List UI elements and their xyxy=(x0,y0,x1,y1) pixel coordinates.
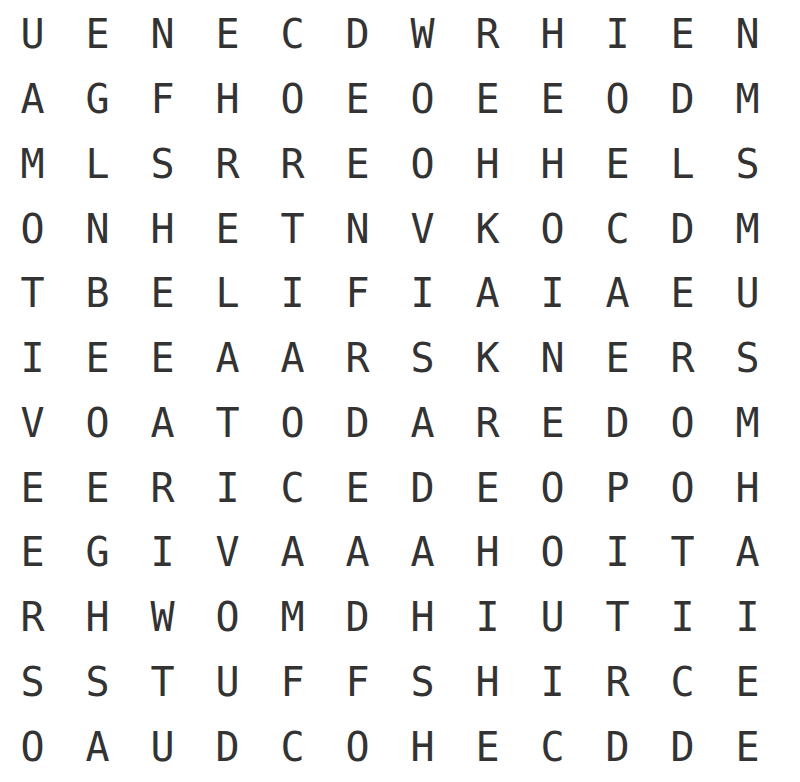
grid-cell[interactable]: U xyxy=(0,2,65,67)
grid-cell[interactable]: A xyxy=(0,67,65,132)
grid-cell[interactable]: C xyxy=(260,2,325,67)
grid-cell[interactable]: O xyxy=(390,67,455,132)
grid-cell[interactable]: A xyxy=(325,520,390,585)
grid-cell[interactable]: A xyxy=(585,261,650,326)
grid-cell[interactable]: E xyxy=(65,326,130,391)
grid-cell[interactable]: N xyxy=(130,2,195,67)
grid-cell[interactable]: H xyxy=(390,585,455,650)
grid-cell[interactable]: G xyxy=(65,520,130,585)
grid-cell[interactable]: S xyxy=(0,650,65,715)
grid-cell[interactable]: R xyxy=(325,326,390,391)
grid-cell[interactable]: U xyxy=(520,585,585,650)
grid-cell[interactable]: K xyxy=(455,196,520,261)
grid-cell[interactable]: R xyxy=(260,132,325,197)
grid-cell[interactable]: E xyxy=(0,455,65,520)
grid-cell[interactable]: R xyxy=(585,650,650,715)
grid-cell[interactable]: V xyxy=(195,520,260,585)
grid-cell[interactable]: H xyxy=(195,67,260,132)
grid-cell[interactable]: H xyxy=(65,585,130,650)
grid-cell[interactable]: A xyxy=(195,326,260,391)
grid-cell[interactable]: I xyxy=(520,650,585,715)
grid-cell[interactable]: C xyxy=(260,714,325,779)
grid-cell[interactable]: E xyxy=(585,132,650,197)
grid-cell[interactable]: A xyxy=(130,391,195,456)
grid-cell[interactable]: T xyxy=(650,520,715,585)
grid-cell[interactable]: D xyxy=(325,585,390,650)
grid-cell[interactable]: I xyxy=(0,326,65,391)
grid-cell[interactable]: F xyxy=(260,650,325,715)
grid-cell[interactable]: I xyxy=(260,261,325,326)
grid-cell[interactable]: O xyxy=(520,520,585,585)
grid-cell[interactable]: O xyxy=(650,391,715,456)
grid-cell[interactable]: S xyxy=(130,132,195,197)
grid-cell[interactable]: R xyxy=(650,326,715,391)
grid-cell[interactable]: M xyxy=(0,132,65,197)
grid-cell[interactable]: E xyxy=(455,455,520,520)
grid-cell[interactable]: S xyxy=(715,326,780,391)
grid-cell[interactable]: E xyxy=(455,714,520,779)
grid-cell[interactable]: H xyxy=(130,196,195,261)
grid-cell[interactable]: S xyxy=(390,650,455,715)
grid-cell[interactable]: I xyxy=(585,2,650,67)
grid-cell[interactable]: O xyxy=(325,714,390,779)
grid-cell[interactable]: D xyxy=(585,391,650,456)
grid-cell[interactable]: O xyxy=(0,714,65,779)
grid-cell[interactable]: V xyxy=(0,391,65,456)
grid-cell[interactable]: O xyxy=(195,585,260,650)
grid-cell[interactable]: T xyxy=(130,650,195,715)
grid-cell[interactable]: E xyxy=(650,261,715,326)
grid-cell[interactable]: E xyxy=(715,650,780,715)
grid-cell[interactable]: R xyxy=(195,132,260,197)
grid-cell[interactable]: I xyxy=(195,455,260,520)
grid-cell[interactable]: E xyxy=(195,196,260,261)
grid-cell[interactable]: U xyxy=(715,261,780,326)
grid-cell[interactable]: R xyxy=(0,585,65,650)
grid-cell[interactable]: V xyxy=(390,196,455,261)
grid-cell[interactable]: T xyxy=(260,196,325,261)
grid-cell[interactable]: T xyxy=(585,585,650,650)
grid-cell[interactable]: I xyxy=(715,585,780,650)
grid-cell[interactable]: A xyxy=(65,714,130,779)
grid-cell[interactable]: C xyxy=(520,714,585,779)
grid-cell[interactable]: O xyxy=(260,391,325,456)
grid-cell[interactable]: N xyxy=(715,2,780,67)
grid-cell[interactable]: G xyxy=(65,67,130,132)
grid-cell[interactable]: E xyxy=(520,67,585,132)
grid-cell[interactable]: D xyxy=(325,2,390,67)
grid-cell[interactable]: O xyxy=(260,67,325,132)
grid-cell[interactable]: E xyxy=(130,326,195,391)
grid-cell[interactable]: A xyxy=(455,261,520,326)
grid-cell[interactable]: E xyxy=(325,67,390,132)
grid-cell[interactable]: U xyxy=(195,650,260,715)
grid-cell[interactable]: W xyxy=(130,585,195,650)
grid-cell[interactable]: R xyxy=(455,391,520,456)
grid-cell[interactable]: H xyxy=(390,714,455,779)
grid-cell[interactable]: I xyxy=(585,520,650,585)
grid-cell[interactable]: U xyxy=(130,714,195,779)
grid-cell[interactable]: F xyxy=(130,67,195,132)
grid-cell[interactable]: L xyxy=(195,261,260,326)
grid-cell[interactable]: E xyxy=(585,326,650,391)
grid-cell[interactable]: N xyxy=(65,196,130,261)
grid-cell[interactable]: A xyxy=(390,520,455,585)
grid-cell[interactable]: P xyxy=(585,455,650,520)
grid-cell[interactable]: H xyxy=(520,132,585,197)
grid-cell[interactable]: O xyxy=(390,132,455,197)
grid-cell[interactable]: S xyxy=(65,650,130,715)
grid-cell[interactable]: D xyxy=(650,714,715,779)
grid-cell[interactable]: R xyxy=(455,2,520,67)
grid-cell[interactable]: H xyxy=(455,520,520,585)
grid-cell[interactable]: D xyxy=(585,714,650,779)
grid-cell[interactable]: O xyxy=(520,196,585,261)
grid-cell[interactable]: H xyxy=(455,650,520,715)
grid-cell[interactable]: I xyxy=(130,520,195,585)
grid-cell[interactable]: O xyxy=(65,391,130,456)
grid-cell[interactable]: F xyxy=(325,261,390,326)
grid-cell[interactable]: D xyxy=(390,455,455,520)
grid-cell[interactable]: F xyxy=(325,650,390,715)
grid-cell[interactable]: A xyxy=(260,520,325,585)
grid-cell[interactable]: D xyxy=(650,67,715,132)
grid-cell[interactable]: E xyxy=(130,261,195,326)
grid-cell[interactable]: E xyxy=(520,391,585,456)
grid-cell[interactable]: M xyxy=(260,585,325,650)
grid-cell[interactable]: M xyxy=(715,391,780,456)
grid-cell[interactable]: H xyxy=(715,455,780,520)
grid-cell[interactable]: A xyxy=(260,326,325,391)
grid-cell[interactable]: O xyxy=(650,455,715,520)
grid-cell[interactable]: S xyxy=(390,326,455,391)
grid-cell[interactable]: K xyxy=(455,326,520,391)
grid-cell[interactable]: I xyxy=(390,261,455,326)
word-search-grid: UENECDWRHIENAGFHOEOEEODMMLSRREOHHELSONHE… xyxy=(0,2,780,779)
grid-cell[interactable]: H xyxy=(520,2,585,67)
grid-cell[interactable]: I xyxy=(455,585,520,650)
grid-cell[interactable]: C xyxy=(260,455,325,520)
grid-cell[interactable]: E xyxy=(650,2,715,67)
grid-cell[interactable]: E xyxy=(325,455,390,520)
grid-cell[interactable]: M xyxy=(715,196,780,261)
grid-cell[interactable]: I xyxy=(520,261,585,326)
grid-cell[interactable]: E xyxy=(325,132,390,197)
grid-cell[interactable]: T xyxy=(195,391,260,456)
grid-cell[interactable]: S xyxy=(715,132,780,197)
grid-cell[interactable]: O xyxy=(585,67,650,132)
grid-cell[interactable]: N xyxy=(520,326,585,391)
grid-cell[interactable]: A xyxy=(715,520,780,585)
grid-cell[interactable]: E xyxy=(715,714,780,779)
grid-cell[interactable]: B xyxy=(65,261,130,326)
grid-cell[interactable]: L xyxy=(650,132,715,197)
grid-cell[interactable]: C xyxy=(585,196,650,261)
grid-cell[interactable]: L xyxy=(65,132,130,197)
grid-cell[interactable]: E xyxy=(0,520,65,585)
grid-cell[interactable]: D xyxy=(325,391,390,456)
grid-cell[interactable]: E xyxy=(455,67,520,132)
grid-cell[interactable]: E xyxy=(65,2,130,67)
grid-cell[interactable]: C xyxy=(650,650,715,715)
grid-cell[interactable]: D xyxy=(195,714,260,779)
grid-cell[interactable]: O xyxy=(520,455,585,520)
grid-cell[interactable]: D xyxy=(650,196,715,261)
grid-cell[interactable]: H xyxy=(455,132,520,197)
grid-cell[interactable]: O xyxy=(0,196,65,261)
grid-cell[interactable]: R xyxy=(130,455,195,520)
grid-cell[interactable]: N xyxy=(325,196,390,261)
grid-cell[interactable]: W xyxy=(390,2,455,67)
grid-cell[interactable]: T xyxy=(0,261,65,326)
grid-cell[interactable]: M xyxy=(715,67,780,132)
grid-cell[interactable]: E xyxy=(195,2,260,67)
grid-cell[interactable]: I xyxy=(650,585,715,650)
grid-cell[interactable]: A xyxy=(390,391,455,456)
grid-cell[interactable]: E xyxy=(65,455,130,520)
